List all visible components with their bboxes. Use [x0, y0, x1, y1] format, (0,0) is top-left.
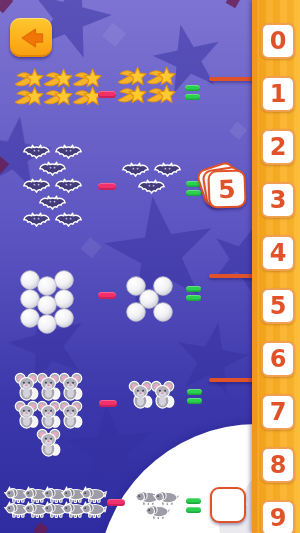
equals-sign: [185, 85, 200, 100]
number-card-9[interactable]: 9: [261, 500, 295, 533]
number-card-0[interactable]: 0: [261, 23, 295, 59]
number-card-8[interactable]: 8: [261, 447, 295, 483]
subtrahend-group: [132, 489, 182, 521]
shooting-star-icon: [14, 86, 44, 107]
bat-icon: [122, 162, 149, 179]
minus-sign: [98, 292, 116, 299]
shooting-star-icon: [43, 86, 73, 107]
bat-icon: [23, 212, 50, 229]
number-card-7[interactable]: 7: [261, 394, 295, 430]
number-card-2[interactable]: 2: [261, 129, 295, 165]
minus-sign: [98, 183, 116, 190]
answer-slot[interactable]: [210, 487, 246, 523]
minus-sign: [99, 400, 117, 407]
ball-icon: [126, 302, 146, 322]
bat-icon: [138, 179, 165, 196]
minuend-group: [4, 486, 106, 519]
minuend-group: [12, 372, 84, 457]
shooting-star-icon: [72, 86, 102, 107]
shooting-star-icon: [146, 84, 176, 105]
ball-icon: [54, 308, 74, 328]
mouse-icon: [58, 400, 83, 429]
game-screen: 2 5 0123456789: [0, 0, 300, 533]
bat-icon: [154, 162, 181, 179]
ball-icon: [54, 270, 74, 290]
number-card-3[interactable]: 3: [261, 182, 295, 218]
bat-icon: [23, 178, 50, 195]
answer-card: 5: [207, 169, 246, 208]
rhino-icon: [80, 501, 107, 519]
bat-icon: [55, 178, 82, 195]
ball-icon: [153, 302, 173, 322]
minus-sign: [107, 499, 125, 506]
equals-sign: [187, 389, 202, 404]
equals-sign: [186, 286, 201, 301]
ball-icon: [37, 276, 57, 296]
arrow-left-icon: [14, 23, 48, 53]
subtrahend-group: [124, 380, 178, 409]
minus-sign: [98, 91, 116, 98]
ball-icon: [37, 314, 57, 334]
answer-slot[interactable]: 5: [208, 170, 246, 208]
mouse-icon: [58, 372, 83, 401]
subtrahend-group: [120, 162, 182, 196]
bat-icon: [39, 195, 66, 212]
shooting-star-icon: [117, 84, 147, 105]
back-button[interactable]: [10, 18, 52, 57]
subtrahend-group: [116, 66, 176, 105]
number-tray: 0123456789: [252, 0, 300, 533]
bat-icon: [23, 144, 50, 161]
equals-sign: [186, 498, 201, 513]
bat-icon: [55, 212, 82, 229]
minuend-group: [16, 270, 78, 328]
subtrahend-group: [120, 276, 178, 322]
bat-icon: [55, 144, 82, 161]
number-card-6[interactable]: 6: [261, 341, 295, 377]
mouse-icon: [36, 428, 61, 457]
bat-icon: [39, 161, 66, 178]
ball-icon: [37, 295, 57, 315]
minuend-group: [12, 68, 104, 107]
minuend-group: [16, 144, 88, 229]
number-card-1[interactable]: 1: [261, 76, 295, 112]
rhino-icon: [144, 503, 171, 521]
ball-icon: [54, 289, 74, 309]
number-card-4[interactable]: 4: [261, 235, 295, 271]
number-card-5[interactable]: 5: [261, 288, 295, 324]
mouse-icon: [150, 380, 175, 409]
